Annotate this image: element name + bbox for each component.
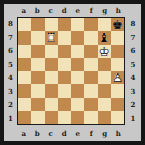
square-b3[interactable] xyxy=(31,84,44,97)
square-a3[interactable] xyxy=(18,84,31,97)
white-rook[interactable]: ♖ xyxy=(45,31,58,44)
square-d5[interactable] xyxy=(58,58,71,71)
chess-diagram: { "game": "chess", "position": "7k/2R3b1… xyxy=(0,0,145,145)
square-f7[interactable] xyxy=(84,31,97,44)
rank-label-6: 6 xyxy=(125,44,141,58)
square-d2[interactable] xyxy=(58,98,71,111)
square-a5[interactable] xyxy=(18,58,31,71)
file-label-d: d xyxy=(58,4,72,17)
square-f1[interactable] xyxy=(84,111,97,124)
square-c7[interactable]: ♜♖ xyxy=(45,31,58,44)
square-c3[interactable] xyxy=(45,84,58,97)
rank-label-3: 3 xyxy=(4,85,17,99)
rank-label-7: 7 xyxy=(125,31,141,45)
square-d6[interactable] xyxy=(58,45,71,58)
square-h4[interactable]: ♟♙ xyxy=(111,71,124,84)
square-g5[interactable] xyxy=(98,58,111,71)
white-king[interactable]: ♔ xyxy=(98,45,111,58)
square-f2[interactable] xyxy=(84,98,97,111)
file-label-b: b xyxy=(31,4,45,17)
square-e7[interactable] xyxy=(71,31,84,44)
rank-label-1: 1 xyxy=(125,112,141,126)
square-h8[interactable]: ♚ xyxy=(111,18,124,31)
square-e4[interactable] xyxy=(71,71,84,84)
rank-label-8: 8 xyxy=(125,17,141,31)
square-g2[interactable] xyxy=(98,98,111,111)
square-e8[interactable] xyxy=(71,18,84,31)
square-h2[interactable] xyxy=(111,98,124,111)
file-label-d: d xyxy=(58,125,72,141)
square-b6[interactable] xyxy=(31,45,44,58)
square-h6[interactable] xyxy=(111,45,124,58)
square-f4[interactable] xyxy=(84,71,97,84)
square-b1[interactable] xyxy=(31,111,44,124)
square-g8[interactable] xyxy=(98,18,111,31)
white-rook-fill: ♜ xyxy=(45,31,58,44)
square-e5[interactable] xyxy=(71,58,84,71)
rank-label-3: 3 xyxy=(125,85,141,99)
square-d8[interactable] xyxy=(58,18,71,31)
square-g4[interactable] xyxy=(98,71,111,84)
square-d3[interactable] xyxy=(58,84,71,97)
square-g3[interactable] xyxy=(98,84,111,97)
black-bishop[interactable]: ♝ xyxy=(98,31,111,44)
square-b2[interactable] xyxy=(31,98,44,111)
square-h3[interactable] xyxy=(111,84,124,97)
file-label-c: c xyxy=(44,4,58,17)
square-e6[interactable] xyxy=(71,45,84,58)
white-pawn[interactable]: ♙ xyxy=(111,71,124,84)
square-d1[interactable] xyxy=(58,111,71,124)
file-label-g: g xyxy=(98,125,112,141)
rank-labels-right: 87654321 xyxy=(125,17,141,125)
rank-label-2: 2 xyxy=(125,98,141,112)
rank-label-5: 5 xyxy=(4,58,17,72)
square-g6[interactable]: ♚♔ xyxy=(98,45,111,58)
rank-label-7: 7 xyxy=(4,31,17,45)
square-b7[interactable] xyxy=(31,31,44,44)
square-c8[interactable] xyxy=(45,18,58,31)
black-king[interactable]: ♚ xyxy=(111,18,124,31)
square-a7[interactable] xyxy=(18,31,31,44)
square-g1[interactable] xyxy=(98,111,111,124)
square-g7[interactable]: ♝ xyxy=(98,31,111,44)
file-label-a: a xyxy=(17,125,31,141)
white-king-fill: ♚ xyxy=(98,45,111,58)
file-label-f: f xyxy=(85,125,99,141)
square-f8[interactable] xyxy=(84,18,97,31)
rank-label-2: 2 xyxy=(4,98,17,112)
square-f5[interactable] xyxy=(84,58,97,71)
square-f3[interactable] xyxy=(84,84,97,97)
rank-label-6: 6 xyxy=(4,44,17,58)
square-a8[interactable] xyxy=(18,18,31,31)
square-a4[interactable] xyxy=(18,71,31,84)
square-d4[interactable] xyxy=(58,71,71,84)
file-label-h: h xyxy=(112,125,126,141)
square-f6[interactable] xyxy=(84,45,97,58)
rank-label-8: 8 xyxy=(4,17,17,31)
file-label-g: g xyxy=(98,4,112,17)
square-d7[interactable] xyxy=(58,31,71,44)
square-b8[interactable] xyxy=(31,18,44,31)
file-labels-top: abcdefgh xyxy=(17,4,125,17)
square-h5[interactable] xyxy=(111,58,124,71)
file-label-c: c xyxy=(44,125,58,141)
square-c2[interactable] xyxy=(45,98,58,111)
square-b4[interactable] xyxy=(31,71,44,84)
square-c5[interactable] xyxy=(45,58,58,71)
square-c1[interactable] xyxy=(45,111,58,124)
file-label-a: a xyxy=(17,4,31,17)
file-label-h: h xyxy=(112,4,126,17)
file-label-b: b xyxy=(31,125,45,141)
rank-labels-left: 87654321 xyxy=(4,17,17,125)
white-pawn-fill: ♟ xyxy=(111,71,124,84)
square-h7[interactable] xyxy=(111,31,124,44)
square-b5[interactable] xyxy=(31,58,44,71)
rank-label-5: 5 xyxy=(125,58,141,72)
square-c4[interactable] xyxy=(45,71,58,84)
rank-label-4: 4 xyxy=(125,71,141,85)
square-a2[interactable] xyxy=(18,98,31,111)
board-frame: abcdefgh 87654321 ♚♜♖♝♚♔♟♙ 87654321 abcd… xyxy=(4,4,141,141)
file-label-e: e xyxy=(71,125,85,141)
square-e3[interactable] xyxy=(71,84,84,97)
square-e2[interactable] xyxy=(71,98,84,111)
file-labels-bottom: abcdefgh xyxy=(17,125,125,141)
file-label-e: e xyxy=(71,4,85,17)
square-h1[interactable] xyxy=(111,111,124,124)
rank-label-4: 4 xyxy=(4,71,17,85)
square-e1[interactable] xyxy=(71,111,84,124)
square-a6[interactable] xyxy=(18,45,31,58)
square-a1[interactable] xyxy=(18,111,31,124)
file-label-f: f xyxy=(85,4,99,17)
chess-board[interactable]: ♚♜♖♝♚♔♟♙ xyxy=(17,17,125,125)
rank-label-1: 1 xyxy=(4,112,17,126)
square-c6[interactable] xyxy=(45,45,58,58)
